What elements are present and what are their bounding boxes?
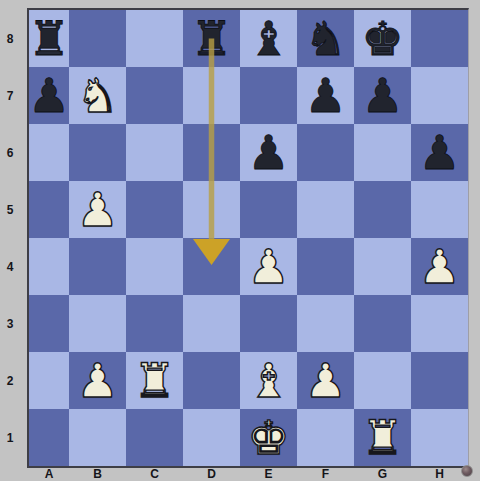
square-b5[interactable]: ♟	[69, 181, 126, 238]
square-c2[interactable]: ♜	[126, 352, 183, 409]
file-label-e: E	[240, 467, 297, 481]
square-a6[interactable]	[29, 124, 69, 181]
square-f2[interactable]: ♟	[297, 352, 354, 409]
square-d4[interactable]	[183, 238, 240, 295]
rank-label-2: 2	[0, 352, 20, 409]
square-c6[interactable]	[126, 124, 183, 181]
piece-white-rook[interactable]: ♜	[361, 409, 403, 466]
file-label-b: B	[69, 467, 126, 481]
piece-white-pawn[interactable]: ♟	[304, 352, 346, 409]
square-f3[interactable]	[297, 295, 354, 352]
square-h4[interactable]: ♟	[411, 238, 468, 295]
square-f4[interactable]	[297, 238, 354, 295]
file-label-g: G	[354, 467, 411, 481]
file-label-c: C	[126, 467, 183, 481]
rank-label-1: 1	[0, 409, 20, 466]
square-g5[interactable]	[354, 181, 411, 238]
square-c8[interactable]	[126, 10, 183, 67]
rank-label-7: 7	[0, 67, 20, 124]
square-e8[interactable]: ♝	[240, 10, 297, 67]
square-g8[interactable]: ♚	[354, 10, 411, 67]
piece-black-king[interactable]: ♚	[361, 10, 403, 67]
square-f8[interactable]: ♞	[297, 10, 354, 67]
square-a8[interactable]: ♜	[29, 10, 69, 67]
chess-board-frame: ♜♜♝♞♚♟♞♟♟♟♟♟♟♟♟♜♝♟♚♜	[27, 8, 469, 468]
square-c3[interactable]	[126, 295, 183, 352]
square-d6[interactable]	[183, 124, 240, 181]
square-h2[interactable]	[411, 352, 468, 409]
square-b7[interactable]: ♞	[69, 67, 126, 124]
square-a3[interactable]	[29, 295, 69, 352]
rank-label-5: 5	[0, 181, 20, 238]
file-label-h: H	[411, 467, 468, 481]
piece-black-pawn[interactable]: ♟	[247, 124, 289, 181]
square-c7[interactable]	[126, 67, 183, 124]
file-label-f: F	[297, 467, 354, 481]
piece-white-bishop[interactable]: ♝	[247, 352, 289, 409]
rank-label-6: 6	[0, 124, 20, 181]
square-b3[interactable]	[69, 295, 126, 352]
piece-black-pawn[interactable]: ♟	[28, 67, 70, 124]
square-g7[interactable]: ♟	[354, 67, 411, 124]
square-b1[interactable]	[69, 409, 126, 466]
square-h1[interactable]	[411, 409, 468, 466]
square-b6[interactable]	[69, 124, 126, 181]
square-e7[interactable]	[240, 67, 297, 124]
square-g6[interactable]	[354, 124, 411, 181]
square-f7[interactable]: ♟	[297, 67, 354, 124]
square-a1[interactable]	[29, 409, 69, 466]
piece-white-pawn[interactable]: ♟	[247, 238, 289, 295]
square-b2[interactable]: ♟	[69, 352, 126, 409]
square-a4[interactable]	[29, 238, 69, 295]
square-e3[interactable]	[240, 295, 297, 352]
piece-black-bishop[interactable]: ♝	[247, 10, 289, 67]
square-b4[interactable]	[69, 238, 126, 295]
square-e5[interactable]	[240, 181, 297, 238]
square-e2[interactable]: ♝	[240, 352, 297, 409]
piece-white-knight[interactable]: ♞	[76, 67, 118, 124]
file-label-d: D	[183, 467, 240, 481]
square-a2[interactable]	[29, 352, 69, 409]
square-e4[interactable]: ♟	[240, 238, 297, 295]
square-d2[interactable]	[183, 352, 240, 409]
square-c5[interactable]	[126, 181, 183, 238]
square-g1[interactable]: ♜	[354, 409, 411, 466]
square-f1[interactable]	[297, 409, 354, 466]
piece-black-pawn[interactable]: ♟	[304, 67, 346, 124]
piece-black-rook[interactable]: ♜	[28, 10, 70, 67]
square-h6[interactable]: ♟	[411, 124, 468, 181]
file-labels: ABCDEFGH	[29, 467, 468, 481]
square-h5[interactable]	[411, 181, 468, 238]
square-d8[interactable]: ♜	[183, 10, 240, 67]
square-d7[interactable]	[183, 67, 240, 124]
piece-black-rook[interactable]: ♜	[190, 10, 232, 67]
square-g2[interactable]	[354, 352, 411, 409]
square-a7[interactable]: ♟	[29, 67, 69, 124]
square-g4[interactable]	[354, 238, 411, 295]
file-label-a: A	[29, 467, 69, 481]
piece-black-knight[interactable]: ♞	[304, 10, 346, 67]
piece-white-pawn[interactable]: ♟	[76, 181, 118, 238]
square-c4[interactable]	[126, 238, 183, 295]
rank-label-8: 8	[0, 10, 20, 67]
chess-board: ♜♜♝♞♚♟♞♟♟♟♟♟♟♟♟♜♝♟♚♜	[29, 10, 468, 466]
square-h8[interactable]	[411, 10, 468, 67]
square-e6[interactable]: ♟	[240, 124, 297, 181]
square-h3[interactable]	[411, 295, 468, 352]
rank-label-3: 3	[0, 295, 20, 352]
piece-black-pawn[interactable]: ♟	[418, 124, 460, 181]
rank-label-4: 4	[0, 238, 20, 295]
piece-white-pawn[interactable]: ♟	[418, 238, 460, 295]
square-f6[interactable]	[297, 124, 354, 181]
corner-dot-icon[interactable]	[461, 465, 473, 477]
square-b8[interactable]	[69, 10, 126, 67]
square-e1[interactable]: ♚	[240, 409, 297, 466]
square-d5[interactable]	[183, 181, 240, 238]
square-d3[interactable]	[183, 295, 240, 352]
square-h7[interactable]	[411, 67, 468, 124]
piece-white-pawn[interactable]: ♟	[76, 352, 118, 409]
chess-app: { "game": "chess", "position": { "fen": …	[0, 0, 480, 481]
square-d1[interactable]	[183, 409, 240, 466]
piece-black-pawn[interactable]: ♟	[361, 67, 403, 124]
piece-white-rook[interactable]: ♜	[133, 352, 175, 409]
square-f5[interactable]	[297, 181, 354, 238]
square-g3[interactable]	[354, 295, 411, 352]
piece-white-king[interactable]: ♚	[247, 409, 289, 466]
square-a5[interactable]	[29, 181, 69, 238]
square-c1[interactable]	[126, 409, 183, 466]
